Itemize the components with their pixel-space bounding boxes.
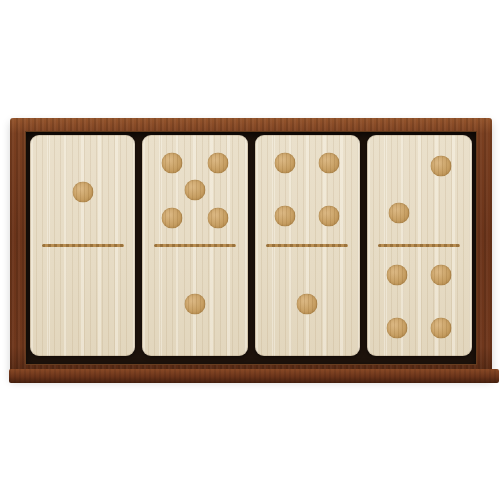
pip bbox=[72, 181, 93, 202]
pip bbox=[319, 153, 340, 174]
pip bbox=[275, 205, 296, 226]
box-base-lip bbox=[9, 369, 499, 383]
tile-half-bottom-1-pips bbox=[142, 247, 247, 356]
tile-half-bottom-4-pips bbox=[367, 247, 472, 356]
pip bbox=[208, 207, 229, 228]
domino-tile-2-4[interactable] bbox=[367, 135, 472, 356]
tile-half-top-4-pips bbox=[255, 135, 360, 244]
pip bbox=[161, 207, 182, 228]
tile-half-top-1-pips bbox=[30, 135, 135, 244]
pip bbox=[389, 203, 410, 224]
pip bbox=[431, 265, 452, 286]
pip bbox=[431, 317, 452, 338]
tile-half-bottom-0-pips bbox=[30, 247, 135, 356]
pip bbox=[184, 179, 205, 200]
pip bbox=[319, 205, 340, 226]
domino-tile-4-1[interactable] bbox=[255, 135, 360, 356]
product-photo bbox=[0, 0, 500, 500]
pip bbox=[208, 153, 229, 174]
pip bbox=[297, 293, 318, 314]
domino-tile-5-1[interactable] bbox=[142, 135, 247, 356]
domino-tile-1-0[interactable] bbox=[30, 135, 135, 356]
pip bbox=[387, 317, 408, 338]
pip bbox=[184, 293, 205, 314]
pip bbox=[387, 265, 408, 286]
tile-half-top-5-pips bbox=[142, 135, 247, 244]
tile-half-top-2-pips bbox=[367, 135, 472, 244]
pip bbox=[161, 153, 182, 174]
tile-half-bottom-1-pips bbox=[255, 247, 360, 356]
domino-box bbox=[10, 118, 492, 378]
box-tray bbox=[25, 131, 477, 365]
pip bbox=[275, 153, 296, 174]
pip bbox=[431, 155, 452, 176]
tiles-row bbox=[30, 135, 472, 356]
